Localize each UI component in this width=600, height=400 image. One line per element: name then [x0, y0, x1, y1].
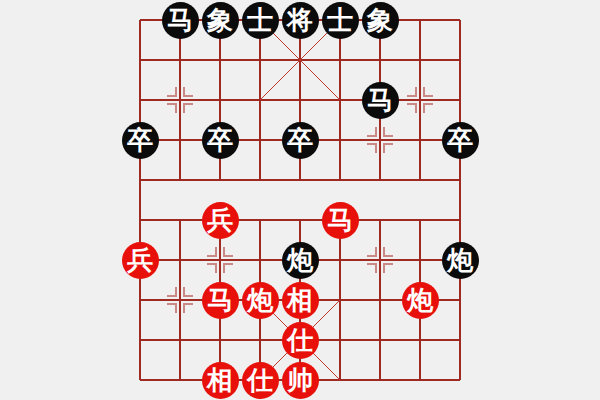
piece-red-elephant[interactable]: 相 [282, 282, 319, 319]
piece-red-general[interactable]: 帅 [282, 362, 319, 399]
piece-red-horse[interactable]: 马 [322, 202, 359, 239]
piece-black-soldier[interactable]: 卒 [282, 122, 319, 159]
piece-black-cannon[interactable]: 炮 [282, 242, 319, 279]
piece-black-cannon[interactable]: 炮 [442, 242, 479, 279]
piece-black-general[interactable]: 将 [282, 2, 319, 39]
piece-red-soldier[interactable]: 兵 [122, 242, 159, 279]
piece-red-elephant[interactable]: 相 [202, 362, 239, 399]
piece-black-horse[interactable]: 马 [162, 2, 199, 39]
piece-black-soldier[interactable]: 卒 [122, 122, 159, 159]
pieces-layer: 马象士将士象马卒卒卒卒炮炮兵马兵马炮相炮仕相仕帅 [120, 0, 480, 400]
piece-red-cannon[interactable]: 炮 [402, 282, 439, 319]
piece-red-advisor[interactable]: 仕 [282, 322, 319, 359]
piece-red-cannon[interactable]: 炮 [242, 282, 279, 319]
piece-black-elephant[interactable]: 象 [202, 2, 239, 39]
piece-black-horse[interactable]: 马 [362, 82, 399, 119]
piece-red-soldier[interactable]: 兵 [202, 202, 239, 239]
piece-black-advisor[interactable]: 士 [322, 2, 359, 39]
piece-red-horse[interactable]: 马 [202, 282, 239, 319]
piece-red-advisor[interactable]: 仕 [242, 362, 279, 399]
piece-black-soldier[interactable]: 卒 [202, 122, 239, 159]
board-stage: 马象士将士象马卒卒卒卒炮炮兵马兵马炮相炮仕相仕帅 [0, 0, 600, 400]
piece-black-elephant[interactable]: 象 [362, 2, 399, 39]
piece-black-soldier[interactable]: 卒 [442, 122, 479, 159]
piece-black-advisor[interactable]: 士 [242, 2, 279, 39]
